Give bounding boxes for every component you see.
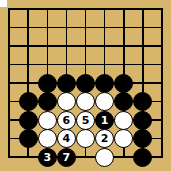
go-diagram: 6514237: [0, 0, 171, 171]
stone-white-r7c3: [38, 111, 57, 130]
stone-white-r8c4: 4: [57, 129, 76, 148]
stone-black-r9c4: 7: [57, 148, 76, 167]
stone-white-r9c6: [95, 148, 114, 167]
move-number: 4: [63, 133, 71, 144]
stone-black-r6c3: [38, 92, 57, 111]
stone-white-r8c3: [38, 129, 57, 148]
stone-black-r5c7: [114, 74, 133, 93]
stone-black-r5c4: [57, 74, 76, 93]
stone-white-r8c6: 2: [95, 129, 114, 148]
stone-white-r6c4: [57, 92, 76, 111]
move-number: 3: [43, 152, 51, 163]
stone-black-r6c2: [19, 92, 38, 111]
move-number: 2: [101, 133, 109, 144]
stone-white-r7c5: 5: [76, 111, 95, 130]
stone-black-r8c2: [19, 129, 38, 148]
stone-black-r9c3: 3: [38, 148, 57, 167]
stone-black-r9c8: [133, 148, 152, 167]
stone-white-r7c4: 6: [57, 111, 76, 130]
stone-black-r7c2: [19, 111, 38, 130]
stone-white-r7c7: [114, 111, 133, 130]
move-number: 5: [82, 115, 90, 126]
stone-white-r8c5: [76, 129, 95, 148]
move-number: 6: [63, 115, 71, 126]
stone-black-r7c8: [133, 111, 152, 130]
move-number: 1: [101, 115, 109, 126]
stone-black-r5c3: [38, 74, 57, 93]
stone-white-r6c6: [95, 92, 114, 111]
corner-artifact: [0, 0, 7, 7]
move-number: 7: [63, 152, 71, 163]
stone-black-r5c6: [95, 74, 114, 93]
stone-white-r6c5: [76, 92, 95, 111]
stone-black-r7c6: 1: [95, 111, 114, 130]
stone-black-r5c5: [76, 74, 95, 93]
